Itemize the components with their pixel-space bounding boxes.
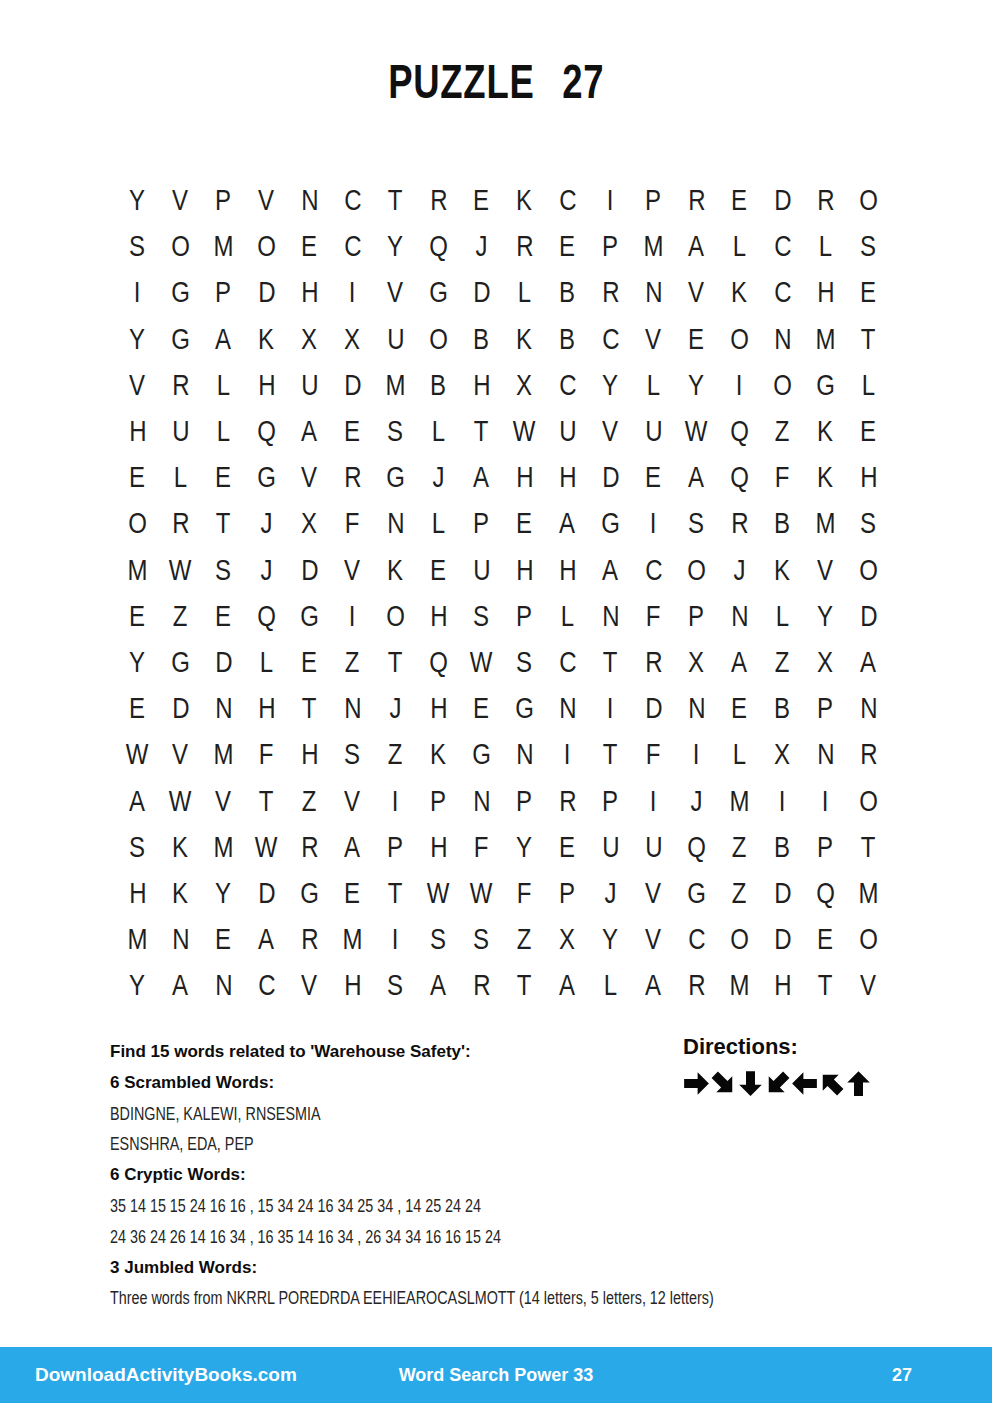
- grid-cell: W: [417, 870, 460, 916]
- grid-cell: U: [288, 362, 331, 408]
- grid-cell: E: [288, 639, 331, 685]
- grid-cell: H: [460, 362, 503, 408]
- arrow-down-left-icon: [764, 1068, 791, 1098]
- grid-cell: R: [675, 962, 718, 1008]
- grid-cell: J: [718, 547, 761, 593]
- grid-cell: E: [847, 408, 890, 454]
- grid-cell: L: [632, 362, 675, 408]
- grid-cell: Y: [374, 223, 417, 269]
- grid-cell: G: [503, 685, 546, 731]
- grid-cell: Y: [116, 639, 159, 685]
- grid-cell: T: [374, 177, 417, 223]
- grid-cell: H: [116, 870, 159, 916]
- grid-cell: V: [116, 362, 159, 408]
- grid-cell: K: [718, 269, 761, 315]
- grid-cell: W: [159, 547, 202, 593]
- grid-cell: U: [159, 408, 202, 454]
- grid-cell: A: [632, 962, 675, 1008]
- grid-cell: D: [761, 177, 804, 223]
- grid-cell: A: [546, 500, 589, 546]
- grid-cell: W: [460, 639, 503, 685]
- grid-cell: H: [288, 269, 331, 315]
- grid-cell: J: [417, 454, 460, 500]
- grid-cell: B: [761, 685, 804, 731]
- grid-cell: B: [546, 269, 589, 315]
- grid-cell: P: [503, 777, 546, 823]
- grid-cell: D: [245, 870, 288, 916]
- grid-cell: R: [804, 177, 847, 223]
- grid-cell: V: [632, 316, 675, 362]
- grid-cell: N: [503, 731, 546, 777]
- grid-cell: Z: [761, 408, 804, 454]
- footer-page-number: 27: [892, 1365, 912, 1386]
- grid-cell: O: [847, 547, 890, 593]
- grid-cell: N: [761, 316, 804, 362]
- grid-cell: A: [245, 916, 288, 962]
- grid-cell: I: [374, 777, 417, 823]
- grid-cell: S: [460, 593, 503, 639]
- grid-cell: Y: [675, 362, 718, 408]
- grid-cell: H: [847, 454, 890, 500]
- grid-cell: V: [374, 269, 417, 315]
- grid-cell: U: [460, 547, 503, 593]
- grid-cell: D: [460, 269, 503, 315]
- grid-cell: M: [632, 223, 675, 269]
- grid-cell: P: [675, 593, 718, 639]
- grid-cell: H: [417, 824, 460, 870]
- grid-cell: B: [460, 316, 503, 362]
- grid-cell: R: [288, 824, 331, 870]
- grid-cell: P: [202, 177, 245, 223]
- grid-cell: E: [202, 593, 245, 639]
- cryptic-words-heading: 6 Cryptic Words:: [110, 1160, 690, 1191]
- grid-cell: K: [804, 454, 847, 500]
- grid-cell: A: [460, 454, 503, 500]
- grid-cell: O: [847, 777, 890, 823]
- grid-cell: T: [288, 685, 331, 731]
- grid-cell: M: [718, 962, 761, 1008]
- grid-cell: L: [417, 500, 460, 546]
- grid-cell: M: [374, 362, 417, 408]
- grid-cell: A: [159, 962, 202, 1008]
- grid-cell: N: [546, 685, 589, 731]
- grid-cell: K: [804, 408, 847, 454]
- grid-cell: M: [847, 870, 890, 916]
- grid-cell: Z: [761, 639, 804, 685]
- grid-cell: L: [589, 962, 632, 1008]
- grid-cell: S: [116, 824, 159, 870]
- grid-cell: R: [159, 500, 202, 546]
- grid-cell: M: [718, 777, 761, 823]
- grid-cell: E: [202, 916, 245, 962]
- grid-cell: V: [288, 454, 331, 500]
- grid-cell: M: [331, 916, 374, 962]
- arrow-up-icon: [845, 1068, 872, 1098]
- grid-cell: T: [804, 962, 847, 1008]
- grid-cell: H: [245, 685, 288, 731]
- grid-cell: P: [589, 223, 632, 269]
- grid-cell: E: [546, 223, 589, 269]
- grid-cell: N: [632, 269, 675, 315]
- grid-cell: N: [804, 731, 847, 777]
- grid-cell: H: [331, 962, 374, 1008]
- clues-section: Find 15 words related to 'Warehouse Safe…: [110, 1037, 690, 1314]
- grid-cell: S: [202, 547, 245, 593]
- grid-cell: G: [589, 500, 632, 546]
- grid-cell: G: [288, 870, 331, 916]
- footer-bar: DownloadActivityBooks.com Word Search Po…: [0, 1347, 992, 1403]
- grid-cell: W: [503, 408, 546, 454]
- grid-cell: D: [245, 269, 288, 315]
- grid-cell: N: [675, 685, 718, 731]
- grid-cell: V: [245, 177, 288, 223]
- grid-cell: C: [331, 223, 374, 269]
- grid-cell: C: [761, 223, 804, 269]
- grid-cell: I: [331, 269, 374, 315]
- grid-cell: W: [245, 824, 288, 870]
- grid-cell: Q: [718, 408, 761, 454]
- grid-cell: W: [675, 408, 718, 454]
- grid-cell: R: [589, 269, 632, 315]
- grid-cell: E: [116, 454, 159, 500]
- find-words-heading: Find 15 words related to 'Warehouse Safe…: [110, 1037, 690, 1068]
- grid-cell: P: [503, 593, 546, 639]
- grid-cell: B: [761, 500, 804, 546]
- grid-cell: W: [159, 777, 202, 823]
- grid-cell: G: [245, 454, 288, 500]
- grid-cell: I: [632, 777, 675, 823]
- grid-cell: R: [331, 454, 374, 500]
- grid-cell: V: [331, 777, 374, 823]
- grid-cell: X: [503, 362, 546, 408]
- grid-cell: I: [589, 177, 632, 223]
- grid-cell: Z: [503, 916, 546, 962]
- grid-cell: G: [288, 593, 331, 639]
- grid-cell: A: [331, 824, 374, 870]
- grid-cell: K: [245, 316, 288, 362]
- grid-cell: N: [159, 916, 202, 962]
- grid-cell: N: [202, 962, 245, 1008]
- arrow-up-left-icon: [818, 1068, 845, 1098]
- grid-cell: B: [417, 362, 460, 408]
- grid-cell: S: [460, 916, 503, 962]
- grid-cell: J: [374, 685, 417, 731]
- grid-cell: E: [503, 500, 546, 546]
- grid-cell: L: [718, 223, 761, 269]
- grid-cell: C: [331, 177, 374, 223]
- footer-website: DownloadActivityBooks.com: [35, 1364, 297, 1386]
- grid-cell: O: [417, 316, 460, 362]
- grid-cell: A: [718, 639, 761, 685]
- grid-cell: P: [460, 500, 503, 546]
- grid-cell: J: [245, 500, 288, 546]
- grid-cell: G: [374, 454, 417, 500]
- grid-cell: S: [847, 223, 890, 269]
- grid-cell: S: [847, 500, 890, 546]
- grid-cell: O: [116, 500, 159, 546]
- grid-cell: E: [331, 408, 374, 454]
- grid-cell: S: [374, 962, 417, 1008]
- grid-cell: T: [589, 639, 632, 685]
- scrambled-words-heading: 6 Scrambled Words:: [110, 1068, 690, 1099]
- grid-cell: S: [675, 500, 718, 546]
- grid-cell: L: [546, 593, 589, 639]
- grid-cell: X: [331, 316, 374, 362]
- grid-cell: M: [202, 731, 245, 777]
- grid-cell: I: [374, 916, 417, 962]
- grid-cell: P: [374, 824, 417, 870]
- grid-cell: Q: [245, 408, 288, 454]
- grid-cell: L: [503, 269, 546, 315]
- grid-cell: D: [331, 362, 374, 408]
- grid-cell: Y: [589, 916, 632, 962]
- grid-cell: H: [503, 547, 546, 593]
- grid-cell: R: [159, 362, 202, 408]
- grid-cell: F: [331, 500, 374, 546]
- grid-cell: G: [159, 639, 202, 685]
- grid-cell: C: [546, 362, 589, 408]
- grid-cell: E: [847, 269, 890, 315]
- grid-cell: H: [245, 362, 288, 408]
- grid-cell: B: [761, 824, 804, 870]
- grid-cell: C: [589, 316, 632, 362]
- grid-cell: X: [546, 916, 589, 962]
- grid-cell: A: [847, 639, 890, 685]
- grid-cell: I: [632, 500, 675, 546]
- grid-cell: Z: [718, 824, 761, 870]
- grid-cell: Q: [804, 870, 847, 916]
- grid-cell: S: [374, 408, 417, 454]
- grid-cell: A: [675, 454, 718, 500]
- grid-cell: I: [546, 731, 589, 777]
- grid-cell: Q: [245, 593, 288, 639]
- cryptic-words-line: 35 14 15 15 24 16 16 , 15 34 24 16 34 25…: [110, 1191, 690, 1222]
- grid-cell: K: [159, 824, 202, 870]
- grid-cell: U: [589, 824, 632, 870]
- puzzle-page: PUZZLE 27 YVPVNCTREKCIPREDROSOMOECYQJREP…: [0, 0, 992, 1403]
- grid-cell: V: [804, 547, 847, 593]
- grid-cell: M: [202, 223, 245, 269]
- grid-cell: Y: [804, 593, 847, 639]
- grid-cell: A: [546, 962, 589, 1008]
- grid-cell: O: [761, 362, 804, 408]
- grid-cell: L: [202, 408, 245, 454]
- grid-cell: R: [288, 916, 331, 962]
- grid-cell: O: [374, 593, 417, 639]
- directions-section: Directions:: [683, 1034, 872, 1098]
- grid-cell: O: [847, 177, 890, 223]
- grid-cell: R: [503, 223, 546, 269]
- grid-cell: O: [159, 223, 202, 269]
- grid-cell: P: [632, 177, 675, 223]
- grid-cell: P: [804, 824, 847, 870]
- grid-cell: Y: [116, 316, 159, 362]
- jumbled-words-heading: 3 Jumbled Words:: [110, 1253, 690, 1284]
- grid-cell: T: [245, 777, 288, 823]
- grid-cell: P: [589, 777, 632, 823]
- grid-cell: V: [632, 916, 675, 962]
- grid-cell: H: [546, 547, 589, 593]
- grid-cell: H: [417, 685, 460, 731]
- jumbled-words-line: Three words from NKRRL POREDRDA EEHIEARO…: [110, 1283, 690, 1314]
- grid-cell: Z: [288, 777, 331, 823]
- grid-cell: E: [632, 454, 675, 500]
- grid-cell: T: [503, 962, 546, 1008]
- grid-cell: G: [675, 870, 718, 916]
- grid-cell: P: [417, 777, 460, 823]
- grid-cell: L: [718, 731, 761, 777]
- grid-cell: U: [632, 408, 675, 454]
- grid-cell: C: [546, 639, 589, 685]
- grid-cell: K: [503, 316, 546, 362]
- grid-cell: T: [847, 316, 890, 362]
- grid-cell: N: [202, 685, 245, 731]
- grid-cell: O: [675, 547, 718, 593]
- grid-cell: O: [847, 916, 890, 962]
- grid-cell: R: [460, 962, 503, 1008]
- grid-cell: X: [761, 731, 804, 777]
- grid-cell: D: [761, 916, 804, 962]
- grid-cell: F: [460, 824, 503, 870]
- grid-cell: Z: [159, 593, 202, 639]
- grid-cell: L: [202, 362, 245, 408]
- grid-cell: N: [718, 593, 761, 639]
- grid-cell: L: [847, 362, 890, 408]
- grid-cell: T: [460, 408, 503, 454]
- grid-cell: L: [245, 639, 288, 685]
- grid-cell: Q: [718, 454, 761, 500]
- grid-cell: R: [675, 177, 718, 223]
- grid-cell: R: [417, 177, 460, 223]
- grid-cell: C: [675, 916, 718, 962]
- grid-cell: X: [288, 316, 331, 362]
- grid-cell: G: [159, 269, 202, 315]
- scrambled-words-line: ESNSHRA, EDA, PEP: [110, 1129, 690, 1160]
- grid-cell: P: [202, 269, 245, 315]
- grid-cell: E: [718, 177, 761, 223]
- grid-cell: H: [288, 731, 331, 777]
- grid-cell: C: [632, 547, 675, 593]
- grid-cell: J: [675, 777, 718, 823]
- grid-cell: M: [202, 824, 245, 870]
- grid-cell: N: [331, 685, 374, 731]
- grid-cell: Z: [718, 870, 761, 916]
- grid-cell: Y: [589, 362, 632, 408]
- grid-cell: D: [632, 685, 675, 731]
- grid-cell: E: [675, 316, 718, 362]
- grid-cell: H: [546, 454, 589, 500]
- grid-cell: F: [632, 593, 675, 639]
- grid-cell: X: [288, 500, 331, 546]
- grid-cell: C: [761, 269, 804, 315]
- grid-cell: I: [116, 269, 159, 315]
- grid-cell: X: [804, 639, 847, 685]
- grid-cell: I: [675, 731, 718, 777]
- grid-cell: M: [116, 547, 159, 593]
- grid-cell: E: [202, 454, 245, 500]
- grid-cell: Y: [503, 824, 546, 870]
- grid-cell: L: [804, 223, 847, 269]
- grid-cell: E: [546, 824, 589, 870]
- grid-cell: N: [374, 500, 417, 546]
- grid-cell: Q: [417, 223, 460, 269]
- grid-cell: G: [804, 362, 847, 408]
- grid-cell: H: [804, 269, 847, 315]
- grid-cell: R: [718, 500, 761, 546]
- grid-cell: D: [589, 454, 632, 500]
- grid-cell: D: [847, 593, 890, 639]
- grid-cell: E: [460, 177, 503, 223]
- grid-cell: S: [331, 731, 374, 777]
- grid-cell: T: [589, 731, 632, 777]
- page-title: PUZZLE 27: [0, 54, 992, 109]
- grid-cell: L: [159, 454, 202, 500]
- grid-cell: F: [245, 731, 288, 777]
- grid-cell: P: [804, 685, 847, 731]
- grid-cell: O: [245, 223, 288, 269]
- grid-cell: G: [460, 731, 503, 777]
- grid-cell: Y: [116, 177, 159, 223]
- grid-cell: V: [847, 962, 890, 1008]
- grid-cell: V: [675, 269, 718, 315]
- grid-cell: G: [417, 269, 460, 315]
- directions-arrows: [683, 1068, 872, 1098]
- grid-cell: W: [460, 870, 503, 916]
- grid-cell: U: [546, 408, 589, 454]
- grid-cell: N: [288, 177, 331, 223]
- grid-cell: V: [159, 731, 202, 777]
- grid-cell: S: [417, 916, 460, 962]
- grid-cell: W: [116, 731, 159, 777]
- grid-cell: Q: [417, 639, 460, 685]
- grid-cell: I: [331, 593, 374, 639]
- grid-cell: D: [159, 685, 202, 731]
- grid-cell: V: [202, 777, 245, 823]
- grid-cell: E: [718, 685, 761, 731]
- grid-cell: E: [288, 223, 331, 269]
- grid-cell: A: [116, 777, 159, 823]
- scrambled-words-line: BDINGNE, KALEWI, RNSESMIA: [110, 1099, 690, 1130]
- directions-heading: Directions:: [683, 1034, 872, 1060]
- grid-cell: V: [589, 408, 632, 454]
- grid-cell: Y: [202, 870, 245, 916]
- grid-cell: V: [288, 962, 331, 1008]
- grid-cell: Z: [331, 639, 374, 685]
- grid-cell: D: [288, 547, 331, 593]
- grid-cell: I: [761, 777, 804, 823]
- grid-cell: R: [546, 777, 589, 823]
- grid-cell: A: [675, 223, 718, 269]
- grid-cell: H: [761, 962, 804, 1008]
- grid-cell: U: [374, 316, 417, 362]
- grid-cell: X: [675, 639, 718, 685]
- grid-cell: F: [761, 454, 804, 500]
- grid-cell: D: [202, 639, 245, 685]
- footer-book-title: Word Search Power 33: [399, 1365, 594, 1386]
- cryptic-words-line: 24 36 24 26 14 16 34 , 16 35 14 16 34 , …: [110, 1222, 690, 1253]
- arrow-down-right-icon: [710, 1068, 737, 1098]
- grid-cell: K: [159, 870, 202, 916]
- grid-cell: J: [460, 223, 503, 269]
- grid-cell: Z: [374, 731, 417, 777]
- grid-cell: R: [847, 731, 890, 777]
- grid-cell: M: [804, 316, 847, 362]
- grid-cell: F: [503, 870, 546, 916]
- grid-cell: M: [116, 916, 159, 962]
- grid-cell: N: [847, 685, 890, 731]
- grid-cell: L: [761, 593, 804, 639]
- grid-cell: A: [288, 408, 331, 454]
